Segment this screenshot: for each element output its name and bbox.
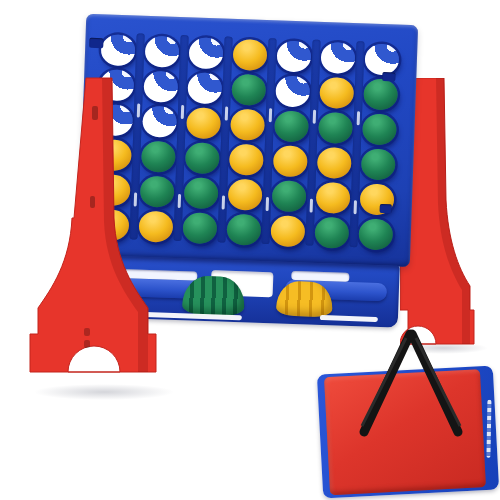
cell-r4-c6 xyxy=(316,145,353,181)
cell-r5-c5 xyxy=(271,178,308,214)
green-disc xyxy=(318,112,353,144)
yellow-disc xyxy=(317,147,352,179)
bag-handles xyxy=(332,328,492,450)
product-photo-scene xyxy=(0,0,500,500)
green-disc xyxy=(314,217,349,249)
cell-r2-c7 xyxy=(362,76,399,112)
green-disc xyxy=(358,218,393,250)
cell-r3-c4 xyxy=(229,107,266,143)
stand-left-leg xyxy=(26,76,158,396)
yellow-disc xyxy=(270,215,305,247)
green-disc xyxy=(182,212,217,244)
green-disc xyxy=(231,74,266,106)
cell-r3-c3 xyxy=(185,105,222,141)
board-notch xyxy=(380,204,392,213)
green-disc xyxy=(362,113,397,145)
board-notch xyxy=(89,38,103,48)
cell-r5-c4 xyxy=(227,177,264,213)
yellow-disc xyxy=(229,144,264,176)
cell-r6-c7 xyxy=(357,216,394,252)
cell-r4-c4 xyxy=(228,142,265,178)
green-disc xyxy=(363,78,398,110)
cell-r6-c6 xyxy=(313,215,350,251)
yellow-disc xyxy=(186,107,221,139)
yellow-disc xyxy=(232,39,267,71)
yellow-disc xyxy=(228,179,263,211)
yellow-disc xyxy=(230,109,265,141)
empty-hole xyxy=(275,75,310,107)
cell-r3-c7 xyxy=(361,111,398,147)
empty-hole xyxy=(320,42,355,74)
empty-hole xyxy=(101,34,136,66)
cell-r1-c2 xyxy=(143,34,180,70)
green-disc xyxy=(361,148,396,180)
green-disc xyxy=(274,110,309,142)
cell-r5-c3 xyxy=(183,175,220,211)
cell-r6-c4 xyxy=(225,212,262,248)
cell-r2-c5 xyxy=(274,73,311,109)
cell-r6-c3 xyxy=(181,210,218,246)
empty-hole xyxy=(189,37,224,69)
cell-r4-c3 xyxy=(184,140,221,176)
cell-r1-c6 xyxy=(319,40,356,76)
cell-r3-c6 xyxy=(317,110,354,146)
cell-r1-c4 xyxy=(231,37,268,73)
cell-r4-c5 xyxy=(272,143,309,179)
board-notch xyxy=(382,72,395,81)
empty-hole xyxy=(187,72,222,104)
yellow-disc xyxy=(316,182,351,214)
tray-gap xyxy=(320,315,378,322)
empty-hole xyxy=(364,43,399,75)
yellow-disc xyxy=(273,145,308,177)
empty-hole xyxy=(145,36,180,68)
carry-bag xyxy=(318,328,500,498)
green-disc xyxy=(226,214,261,246)
cell-r1-c3 xyxy=(187,35,224,71)
yellow-disc xyxy=(319,77,354,109)
cell-r2-c4 xyxy=(230,72,267,108)
green-disc xyxy=(185,142,220,174)
cell-r1-c5 xyxy=(275,38,312,74)
cell-r1-c1 xyxy=(99,32,136,68)
empty-hole xyxy=(276,40,311,72)
cell-r6-c5 xyxy=(269,213,306,249)
green-disc xyxy=(272,180,307,212)
cell-r2-c3 xyxy=(186,70,223,106)
green-disc xyxy=(184,177,219,209)
cell-r2-c6 xyxy=(318,75,355,111)
cell-r4-c7 xyxy=(360,146,397,182)
cell-r5-c6 xyxy=(314,180,351,216)
cell-r3-c5 xyxy=(273,108,310,144)
